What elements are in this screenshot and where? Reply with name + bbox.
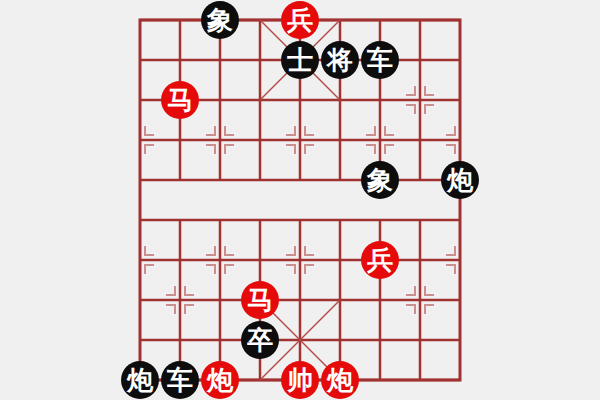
black-chariot-2[interactable]: 车 bbox=[161, 361, 199, 399]
red-horse-1[interactable]: 马 bbox=[161, 81, 199, 119]
red-general[interactable]: 帅 bbox=[281, 361, 319, 399]
black-cannon-1[interactable]: 炮 bbox=[441, 161, 479, 199]
black-soldier[interactable]: 卒 bbox=[241, 321, 279, 359]
black-chariot-1[interactable]: 车 bbox=[361, 41, 399, 79]
red-horse-2[interactable]: 马 bbox=[241, 281, 279, 319]
black-cannon-2[interactable]: 炮 bbox=[121, 361, 159, 399]
red-soldier-2[interactable]: 兵 bbox=[361, 241, 399, 279]
black-elephant-1[interactable]: 象 bbox=[201, 1, 239, 39]
red-cannon-1[interactable]: 炮 bbox=[201, 361, 239, 399]
black-elephant-2[interactable]: 象 bbox=[361, 161, 399, 199]
red-soldier-1[interactable]: 兵 bbox=[281, 1, 319, 39]
black-advisor[interactable]: 士 bbox=[281, 41, 319, 79]
red-cannon-2[interactable]: 炮 bbox=[321, 361, 359, 399]
pieces-layer: 象兵士将车马象炮兵马卒炮车炮帅炮 bbox=[120, 0, 480, 400]
xiangqi-board: 象兵士将车马象炮兵马卒炮车炮帅炮 bbox=[0, 0, 600, 400]
black-general[interactable]: 将 bbox=[321, 41, 359, 79]
